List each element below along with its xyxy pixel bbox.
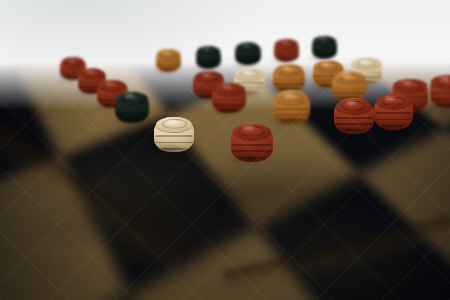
checker-piece-oak-e6[interactable]	[273, 64, 304, 92]
checker-piece-black-d8[interactable]	[196, 46, 221, 69]
checker-piece-red-f8[interactable]	[274, 39, 299, 62]
piece-cap	[336, 99, 372, 114]
piece-cap	[117, 92, 148, 105]
checker-piece-red-b2[interactable]	[231, 123, 274, 161]
piece-cap	[80, 69, 105, 80]
piece-cap	[236, 43, 259, 53]
piece-cap	[156, 117, 192, 132]
piece-cap	[334, 72, 365, 85]
piece-cap	[235, 68, 263, 80]
checker-piece-black-g8[interactable]	[312, 36, 337, 59]
checker-piece-oak-c8[interactable]	[156, 49, 181, 72]
piece-cap	[275, 64, 303, 76]
piece-cap	[275, 91, 308, 105]
checker-piece-cream-a3[interactable]	[154, 117, 194, 153]
piece-cap	[157, 49, 180, 59]
piece-cap	[352, 57, 380, 69]
piece-cap	[62, 57, 85, 67]
checker-piece-black-e8[interactable]	[235, 42, 260, 65]
scene: 30212164 7|111917844	[0, 0, 450, 300]
checker-piece-red-h4[interactable]	[430, 75, 450, 108]
checker-piece-red-c5[interactable]	[212, 83, 246, 114]
piece-cap	[195, 71, 223, 83]
piece-cap	[393, 79, 426, 93]
checker-piece-red-f3[interactable]	[374, 94, 414, 130]
piece-cap	[313, 36, 336, 46]
piece-cap	[376, 94, 412, 109]
piece-cap	[275, 39, 298, 49]
checker-piece-oak-d4[interactable]	[273, 90, 310, 123]
piece-cap	[214, 83, 245, 96]
piece-cap	[431, 75, 450, 89]
piece-cap	[233, 124, 271, 140]
piece-cap	[314, 61, 342, 73]
piece-cap	[197, 46, 220, 56]
piece-cap	[98, 80, 126, 92]
checker-piece-black-a5[interactable]	[115, 92, 149, 123]
